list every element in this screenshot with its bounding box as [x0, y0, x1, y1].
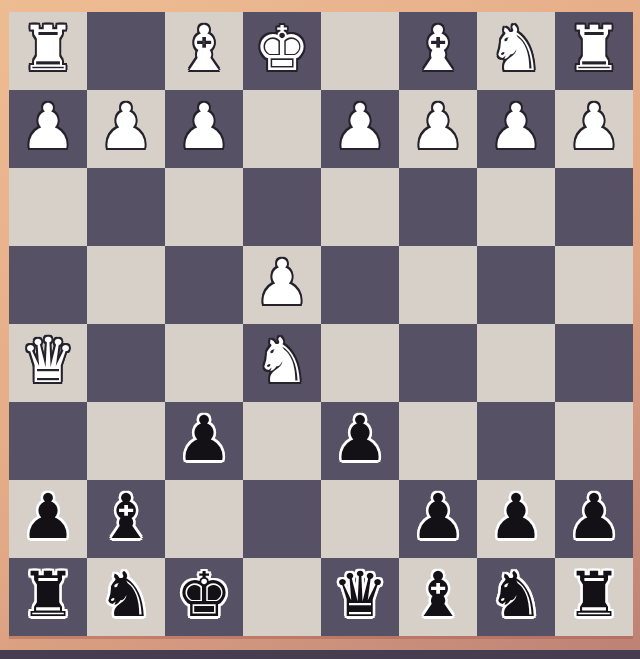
square-e7[interactable] — [243, 480, 321, 558]
square-e6[interactable] — [243, 402, 321, 480]
white-pawn[interactable]: ♟ — [410, 96, 466, 158]
square-g1[interactable] — [87, 12, 165, 90]
square-g8[interactable]: ♞ — [87, 558, 165, 636]
square-b1[interactable]: ♞ — [477, 12, 555, 90]
square-b4[interactable] — [477, 246, 555, 324]
chess-board: ♜♝♚♝♞♜♟♟♟♟♟♟♟♟♛♞♟♟♟♝♟♟♟♜♞♚♛♝♞♜ — [9, 12, 633, 636]
white-pawn[interactable]: ♟ — [98, 96, 154, 158]
white-rook[interactable]: ♜ — [20, 18, 76, 80]
white-bishop[interactable]: ♝ — [176, 18, 232, 80]
white-knight[interactable]: ♞ — [254, 330, 310, 392]
square-c1[interactable]: ♝ — [399, 12, 477, 90]
chess-board-frame: ♜♝♚♝♞♜♟♟♟♟♟♟♟♟♛♞♟♟♟♝♟♟♟♜♞♚♛♝♞♜ — [0, 0, 640, 659]
black-knight[interactable]: ♞ — [98, 564, 154, 626]
square-h5[interactable]: ♛ — [9, 324, 87, 402]
square-g3[interactable] — [87, 168, 165, 246]
square-f3[interactable] — [165, 168, 243, 246]
square-h6[interactable] — [9, 402, 87, 480]
black-pawn[interactable]: ♟ — [176, 408, 232, 470]
square-e3[interactable] — [243, 168, 321, 246]
black-bishop[interactable]: ♝ — [410, 564, 466, 626]
square-a1[interactable]: ♜ — [555, 12, 633, 90]
square-g6[interactable] — [87, 402, 165, 480]
black-pawn[interactable]: ♟ — [20, 486, 76, 548]
square-a5[interactable] — [555, 324, 633, 402]
square-f5[interactable] — [165, 324, 243, 402]
white-pawn[interactable]: ♟ — [332, 96, 388, 158]
square-h7[interactable]: ♟ — [9, 480, 87, 558]
square-f2[interactable]: ♟ — [165, 90, 243, 168]
black-rook[interactable]: ♜ — [20, 564, 76, 626]
square-a6[interactable] — [555, 402, 633, 480]
white-pawn[interactable]: ♟ — [488, 96, 544, 158]
square-f8[interactable]: ♚ — [165, 558, 243, 636]
square-a8[interactable]: ♜ — [555, 558, 633, 636]
square-c4[interactable] — [399, 246, 477, 324]
square-c2[interactable]: ♟ — [399, 90, 477, 168]
white-rook[interactable]: ♜ — [566, 18, 622, 80]
square-e1[interactable]: ♚ — [243, 12, 321, 90]
square-e4[interactable]: ♟ — [243, 246, 321, 324]
square-f6[interactable]: ♟ — [165, 402, 243, 480]
black-king[interactable]: ♚ — [176, 564, 232, 626]
square-b2[interactable]: ♟ — [477, 90, 555, 168]
black-pawn[interactable]: ♟ — [488, 486, 544, 548]
square-b7[interactable]: ♟ — [477, 480, 555, 558]
square-d5[interactable] — [321, 324, 399, 402]
square-c6[interactable] — [399, 402, 477, 480]
square-d7[interactable] — [321, 480, 399, 558]
square-d3[interactable] — [321, 168, 399, 246]
square-e8[interactable] — [243, 558, 321, 636]
square-h8[interactable]: ♜ — [9, 558, 87, 636]
square-d6[interactable]: ♟ — [321, 402, 399, 480]
square-f7[interactable] — [165, 480, 243, 558]
square-h1[interactable]: ♜ — [9, 12, 87, 90]
square-h4[interactable] — [9, 246, 87, 324]
square-e5[interactable]: ♞ — [243, 324, 321, 402]
square-d4[interactable] — [321, 246, 399, 324]
square-g4[interactable] — [87, 246, 165, 324]
square-a3[interactable] — [555, 168, 633, 246]
black-pawn[interactable]: ♟ — [332, 408, 388, 470]
white-king[interactable]: ♚ — [254, 18, 310, 80]
black-bishop[interactable]: ♝ — [98, 486, 154, 548]
white-pawn[interactable]: ♟ — [20, 96, 76, 158]
square-d1[interactable] — [321, 12, 399, 90]
white-pawn[interactable]: ♟ — [254, 252, 310, 314]
square-a2[interactable]: ♟ — [555, 90, 633, 168]
square-a7[interactable]: ♟ — [555, 480, 633, 558]
white-pawn[interactable]: ♟ — [176, 96, 232, 158]
square-c3[interactable] — [399, 168, 477, 246]
black-knight[interactable]: ♞ — [488, 564, 544, 626]
square-b5[interactable] — [477, 324, 555, 402]
square-d2[interactable]: ♟ — [321, 90, 399, 168]
square-b8[interactable]: ♞ — [477, 558, 555, 636]
square-b6[interactable] — [477, 402, 555, 480]
square-g2[interactable]: ♟ — [87, 90, 165, 168]
black-rook[interactable]: ♜ — [566, 564, 622, 626]
white-bishop[interactable]: ♝ — [410, 18, 466, 80]
square-h2[interactable]: ♟ — [9, 90, 87, 168]
square-a4[interactable] — [555, 246, 633, 324]
black-queen[interactable]: ♛ — [332, 564, 388, 626]
square-e2[interactable] — [243, 90, 321, 168]
black-pawn[interactable]: ♟ — [566, 486, 622, 548]
board-base-shadow — [0, 650, 640, 659]
square-h3[interactable] — [9, 168, 87, 246]
square-g7[interactable]: ♝ — [87, 480, 165, 558]
square-c8[interactable]: ♝ — [399, 558, 477, 636]
square-c5[interactable] — [399, 324, 477, 402]
square-d8[interactable]: ♛ — [321, 558, 399, 636]
square-g5[interactable] — [87, 324, 165, 402]
square-f1[interactable]: ♝ — [165, 12, 243, 90]
square-b3[interactable] — [477, 168, 555, 246]
square-f4[interactable] — [165, 246, 243, 324]
white-queen[interactable]: ♛ — [20, 330, 76, 392]
white-knight[interactable]: ♞ — [488, 18, 544, 80]
black-pawn[interactable]: ♟ — [410, 486, 466, 548]
white-pawn[interactable]: ♟ — [566, 96, 622, 158]
square-c7[interactable]: ♟ — [399, 480, 477, 558]
